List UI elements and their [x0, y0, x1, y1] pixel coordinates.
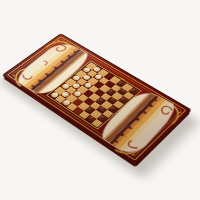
product-photo-scene	[0, 0, 200, 200]
